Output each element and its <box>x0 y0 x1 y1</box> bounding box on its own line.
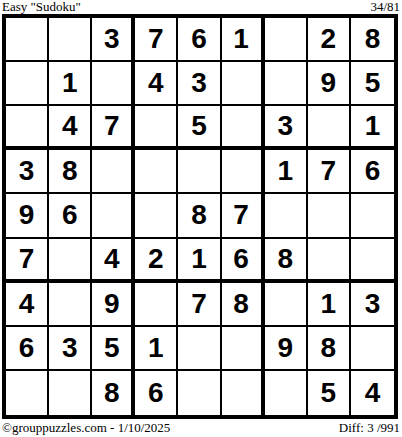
puzzle-page: Easy "Sudoku" 34/81 37612814395475313817… <box>0 0 402 437</box>
cell-r5c9 <box>351 194 394 238</box>
cell-r9c9: 4 <box>351 371 394 415</box>
cell-r3c7: 3 <box>265 106 308 150</box>
cell-r3c2: 4 <box>49 106 92 150</box>
cell-r8c8: 8 <box>308 327 351 371</box>
cell-r3c6 <box>222 106 265 150</box>
footer-difficulty: Diff: 3 /991 <box>339 421 400 435</box>
cell-r7c4 <box>135 283 178 327</box>
cell-r2c5: 3 <box>178 62 221 106</box>
sudoku-board: 3761281439547531381769687742168497813635… <box>2 14 398 419</box>
cell-r3c8 <box>308 106 351 150</box>
cell-r5c6: 7 <box>222 194 265 238</box>
cell-r4c4 <box>135 150 178 194</box>
cell-r7c7 <box>265 283 308 327</box>
cell-r4c9: 6 <box>351 150 394 194</box>
cell-r6c7: 8 <box>265 239 308 283</box>
cell-r5c8 <box>308 194 351 238</box>
cell-r2c3 <box>92 62 135 106</box>
cell-r1c2 <box>49 18 92 62</box>
cell-r8c5 <box>178 327 221 371</box>
cell-r9c7 <box>265 371 308 415</box>
cell-r4c1: 3 <box>6 150 49 194</box>
cell-r8c4: 1 <box>135 327 178 371</box>
cell-r8c2: 3 <box>49 327 92 371</box>
cell-r1c3: 3 <box>92 18 135 62</box>
cell-r8c7: 9 <box>265 327 308 371</box>
cell-r8c1: 6 <box>6 327 49 371</box>
cell-r1c1 <box>6 18 49 62</box>
puzzle-counter: 34/81 <box>370 0 400 14</box>
cell-r2c6 <box>222 62 265 106</box>
cell-r4c2: 8 <box>49 150 92 194</box>
cell-r7c5: 7 <box>178 283 221 327</box>
cell-r9c1 <box>6 371 49 415</box>
cell-r3c9: 1 <box>351 106 394 150</box>
cell-r6c5: 1 <box>178 239 221 283</box>
cell-r8c6 <box>222 327 265 371</box>
cell-r2c1 <box>6 62 49 106</box>
cell-r2c2: 1 <box>49 62 92 106</box>
cell-r5c5: 8 <box>178 194 221 238</box>
cell-r9c6 <box>222 371 265 415</box>
cell-r5c1: 9 <box>6 194 49 238</box>
cell-r6c1: 7 <box>6 239 49 283</box>
footer: ©grouppuzzles.com - 1/10/2025 Diff: 3 /9… <box>2 421 400 437</box>
cell-r1c9: 8 <box>351 18 394 62</box>
cell-r1c8: 2 <box>308 18 351 62</box>
cell-r9c3: 8 <box>92 371 135 415</box>
cell-r7c1: 4 <box>6 283 49 327</box>
cell-r2c8: 9 <box>308 62 351 106</box>
cell-r5c4 <box>135 194 178 238</box>
cell-r6c2 <box>49 239 92 283</box>
cell-r9c4: 6 <box>135 371 178 415</box>
cell-r4c3 <box>92 150 135 194</box>
cell-r3c5: 5 <box>178 106 221 150</box>
cell-r1c4: 7 <box>135 18 178 62</box>
page-title: Easy "Sudoku" <box>2 0 81 14</box>
footer-copyright: ©grouppuzzles.com - 1/10/2025 <box>2 421 170 435</box>
cell-r6c9 <box>351 239 394 283</box>
cell-r9c8: 5 <box>308 371 351 415</box>
cell-r8c3: 5 <box>92 327 135 371</box>
cell-r9c5 <box>178 371 221 415</box>
cell-r1c6: 1 <box>222 18 265 62</box>
cell-r3c3: 7 <box>92 106 135 150</box>
header: Easy "Sudoku" 34/81 <box>2 0 400 14</box>
cell-r3c1 <box>6 106 49 150</box>
sudoku-grid: 3761281439547531381769687742168497813635… <box>6 18 394 415</box>
cell-r1c7 <box>265 18 308 62</box>
cell-r7c6: 8 <box>222 283 265 327</box>
cell-r7c3: 9 <box>92 283 135 327</box>
cell-r6c3: 4 <box>92 239 135 283</box>
cell-r8c9 <box>351 327 394 371</box>
cell-r5c2: 6 <box>49 194 92 238</box>
cell-r7c2 <box>49 283 92 327</box>
cell-r2c7 <box>265 62 308 106</box>
cell-r7c8: 1 <box>308 283 351 327</box>
cell-r7c9: 3 <box>351 283 394 327</box>
cell-r2c9: 5 <box>351 62 394 106</box>
cell-r5c3 <box>92 194 135 238</box>
cell-r2c4: 4 <box>135 62 178 106</box>
cell-r5c7 <box>265 194 308 238</box>
cell-r1c5: 6 <box>178 18 221 62</box>
cell-r9c2 <box>49 371 92 415</box>
cell-r6c4: 2 <box>135 239 178 283</box>
cell-r6c6: 6 <box>222 239 265 283</box>
cell-r4c6 <box>222 150 265 194</box>
cell-r3c4 <box>135 106 178 150</box>
cell-r4c7: 1 <box>265 150 308 194</box>
cell-r4c8: 7 <box>308 150 351 194</box>
cell-r6c8 <box>308 239 351 283</box>
cell-r4c5 <box>178 150 221 194</box>
